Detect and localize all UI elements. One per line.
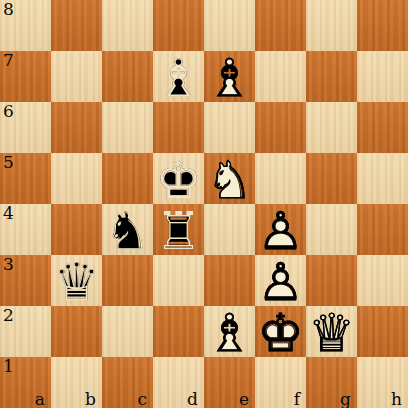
rank-label-3: 3 [3,255,14,274]
square-g6[interactable] [306,102,357,153]
square-a2[interactable]: 2 [0,306,51,357]
square-b7[interactable] [51,51,102,102]
file-label-f: f [294,391,300,408]
square-e7[interactable]: ♗ [204,51,255,102]
square-b6[interactable] [51,102,102,153]
file-label-a: a [35,391,45,408]
square-g8[interactable] [306,0,357,51]
white-bishop-icon: ♗ [204,51,255,102]
square-b5[interactable] [51,153,102,204]
black-rook-icon: ♜ [153,204,204,255]
square-h2[interactable] [357,306,408,357]
square-b1[interactable]: b [51,357,102,408]
square-d2[interactable] [153,306,204,357]
square-f6[interactable] [255,102,306,153]
square-h3[interactable] [357,255,408,306]
square-b4[interactable] [51,204,102,255]
square-b2[interactable] [51,306,102,357]
square-f5[interactable] [255,153,306,204]
white-king-icon: ♔ [255,306,306,357]
file-label-c: c [137,391,147,408]
square-f3[interactable]: ♙ [255,255,306,306]
square-b8[interactable] [51,0,102,51]
rank-label-1: 1 [3,357,14,376]
file-label-g: g [340,391,351,408]
square-d1[interactable]: d [153,357,204,408]
square-d3[interactable] [153,255,204,306]
white-bishop-icon: ♗ [204,306,255,357]
square-c4[interactable]: ♞ [102,204,153,255]
square-e4[interactable] [204,204,255,255]
square-a4[interactable]: 4 [0,204,51,255]
file-label-b: b [85,391,96,408]
file-label-e: e [239,391,249,408]
square-c6[interactable] [102,102,153,153]
square-a6[interactable]: 6 [0,102,51,153]
square-d6[interactable] [153,102,204,153]
square-g3[interactable] [306,255,357,306]
black-queen-icon: ♛ [51,255,102,306]
square-d7[interactable]: ♝ [153,51,204,102]
square-g1[interactable]: g [306,357,357,408]
rank-label-7: 7 [3,51,14,70]
rank-label-6: 6 [3,102,14,121]
white-queen-icon: ♕ [306,306,357,357]
square-c5[interactable] [102,153,153,204]
square-h7[interactable] [357,51,408,102]
chess-board: 87♝♗65♚♘4♞♜♙3♛♙2♗♔♕1abcdefgh [0,0,408,408]
black-bishop-icon: ♝ [153,51,204,102]
rank-label-2: 2 [3,306,14,325]
rank-label-8: 8 [3,0,14,19]
rank-label-5: 5 [3,153,14,172]
square-h5[interactable] [357,153,408,204]
square-a1[interactable]: 1a [0,357,51,408]
square-h4[interactable] [357,204,408,255]
square-f1[interactable]: f [255,357,306,408]
square-e1[interactable]: e [204,357,255,408]
square-e5[interactable]: ♘ [204,153,255,204]
square-d5[interactable]: ♚ [153,153,204,204]
square-f7[interactable] [255,51,306,102]
square-c1[interactable]: c [102,357,153,408]
square-a8[interactable]: 8 [0,0,51,51]
square-e8[interactable] [204,0,255,51]
square-h6[interactable] [357,102,408,153]
square-a5[interactable]: 5 [0,153,51,204]
square-e2[interactable]: ♗ [204,306,255,357]
rank-label-4: 4 [3,204,14,223]
square-g2[interactable]: ♕ [306,306,357,357]
square-e6[interactable] [204,102,255,153]
file-label-d: d [187,391,198,408]
square-f2[interactable]: ♔ [255,306,306,357]
square-h1[interactable]: h [357,357,408,408]
square-f8[interactable] [255,0,306,51]
square-g7[interactable] [306,51,357,102]
square-a3[interactable]: 3 [0,255,51,306]
square-g4[interactable] [306,204,357,255]
square-e3[interactable] [204,255,255,306]
square-c8[interactable] [102,0,153,51]
white-pawn-icon: ♙ [255,204,306,255]
square-g5[interactable] [306,153,357,204]
square-h8[interactable] [357,0,408,51]
white-knight-icon: ♘ [204,153,255,204]
square-d4[interactable]: ♜ [153,204,204,255]
black-knight-icon: ♞ [102,204,153,255]
square-a7[interactable]: 7 [0,51,51,102]
square-d8[interactable] [153,0,204,51]
square-c2[interactable] [102,306,153,357]
square-f4[interactable]: ♙ [255,204,306,255]
white-pawn-icon: ♙ [255,255,306,306]
square-c7[interactable] [102,51,153,102]
square-c3[interactable] [102,255,153,306]
file-label-h: h [391,391,402,408]
square-b3[interactable]: ♛ [51,255,102,306]
black-king-icon: ♚ [153,153,204,204]
